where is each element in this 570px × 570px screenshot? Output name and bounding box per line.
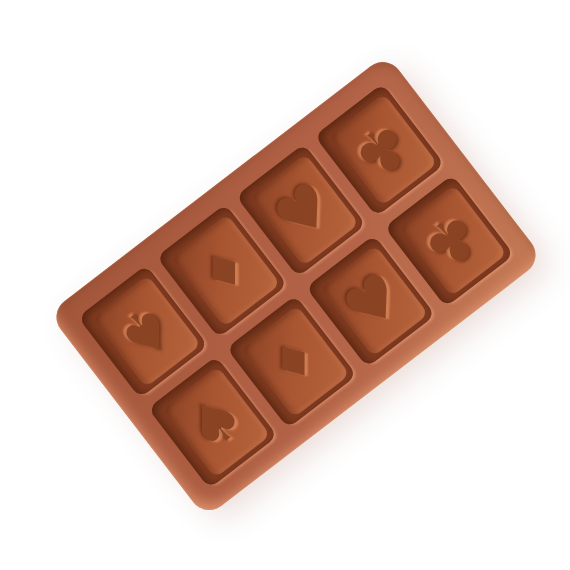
heart-shape: ♥ [264, 171, 343, 251]
diamond-shape: ♦ [261, 329, 327, 396]
spade-shape: ♠ [106, 291, 185, 371]
heart-shape: ♥ [333, 261, 412, 341]
product-photo-stage: ♠♦♥♣♠♦♥♣ [0, 0, 570, 570]
spade-shape: ♠ [176, 382, 255, 462]
silicone-mold: ♠♦♥♣♠♦♥♣ [48, 54, 543, 518]
club-shape: ♣ [412, 201, 491, 281]
cavity-grid: ♠♦♥♣♠♦♥♣ [48, 54, 543, 518]
diamond-shape: ♦ [192, 238, 258, 305]
club-shape: ♣ [342, 110, 421, 190]
